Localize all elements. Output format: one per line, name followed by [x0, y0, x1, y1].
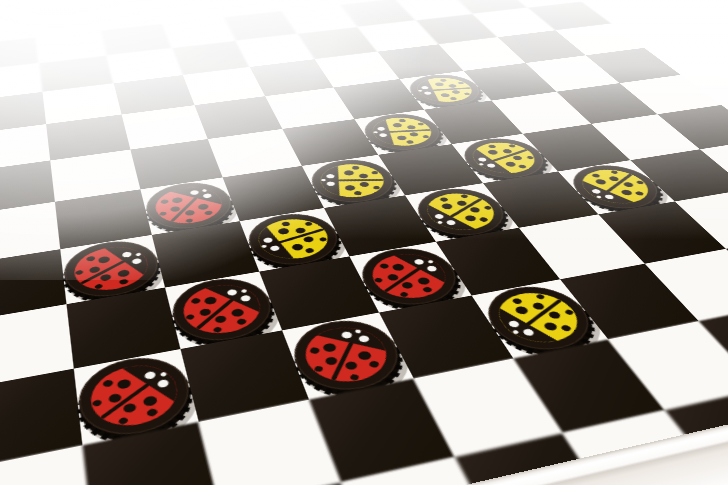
checkers-photo-scene: [0, 0, 728, 485]
checkers-board: [0, 0, 728, 485]
